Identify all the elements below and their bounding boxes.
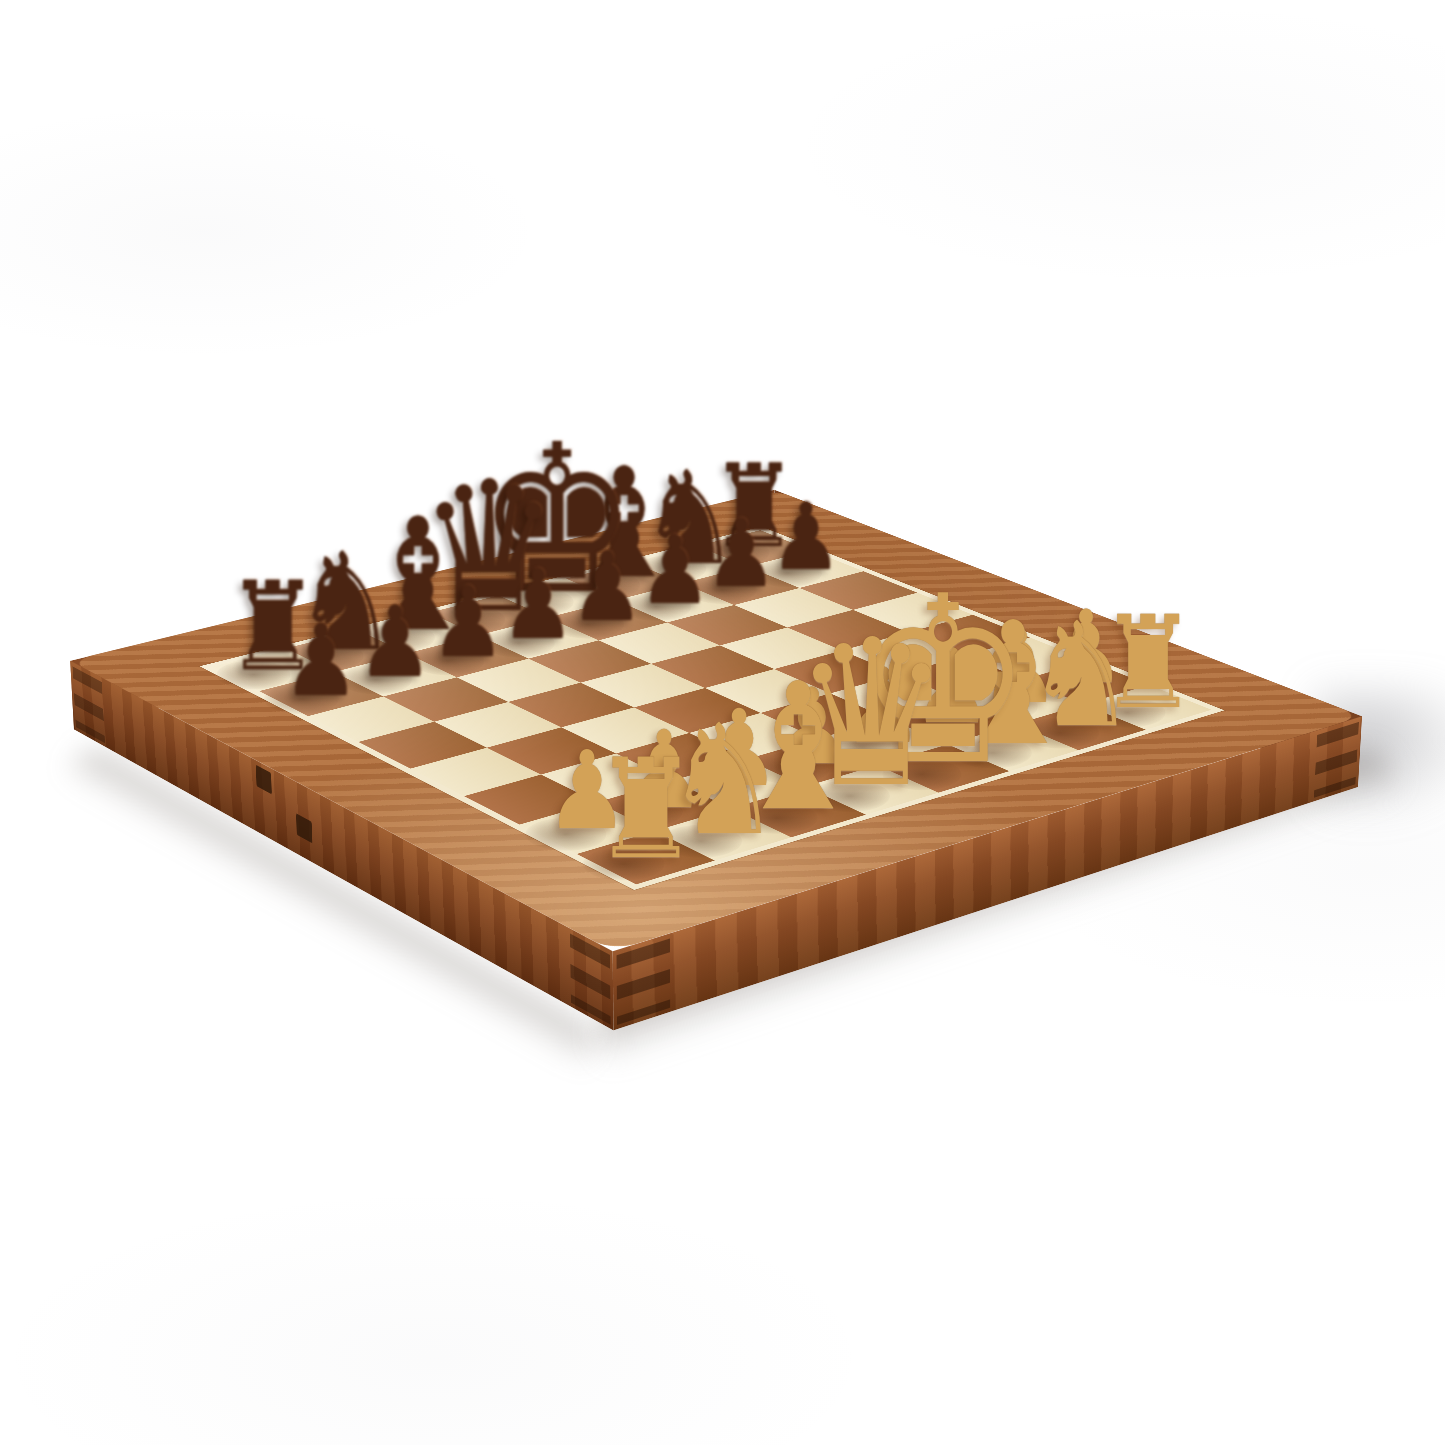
square-c5[interactable]: [508, 683, 634, 728]
square-a5[interactable]: [358, 722, 486, 769]
piece-black-pawn[interactable]: ♟: [283, 611, 360, 710]
piece-black-pawn[interactable]: ♟: [357, 592, 433, 690]
piece-white-rook[interactable]: ♜: [593, 741, 699, 879]
photo-scene: ♜♞♟♝♟♚♟♛♟♝♟♞♟♜♟♟♟♟♜♟♞♟♝♟♚♟♛♟♝♟♞♜: [0, 0, 1445, 1445]
hinge-inlay-icon: [256, 765, 272, 795]
piece-black-pawn[interactable]: ♟: [430, 574, 505, 671]
square-a4[interactable]: [410, 748, 541, 796]
dovetail-joint-icon: [570, 933, 611, 1024]
piece-black-pawn[interactable]: ♟: [639, 523, 712, 618]
piece-black-pawn[interactable]: ♟: [571, 540, 645, 635]
dovetail-joint-icon: [72, 666, 104, 743]
dovetail-joint-icon: [1314, 721, 1359, 797]
hinge-inlay-icon: [296, 813, 312, 843]
piece-black-pawn[interactable]: ♟: [770, 491, 842, 584]
dovetail-joint-icon: [617, 938, 671, 1025]
piece-black-pawn[interactable]: ♟: [501, 557, 575, 653]
piece-black-pawn[interactable]: ♟: [705, 507, 777, 601]
square-b5[interactable]: [434, 702, 561, 748]
